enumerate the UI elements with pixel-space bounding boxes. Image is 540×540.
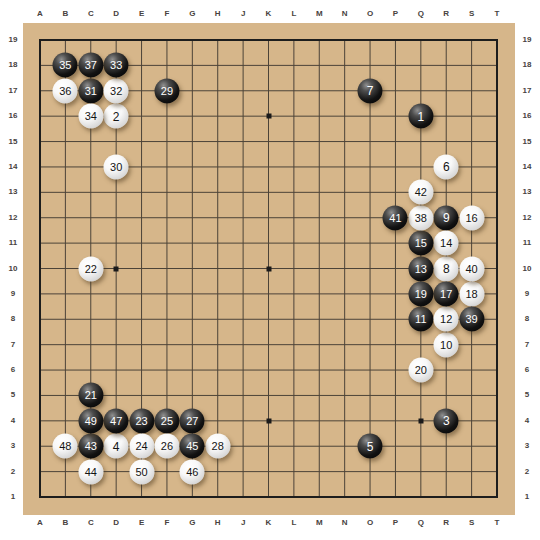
move-number: 45 [186,441,198,452]
row-label-left: 14 [9,163,18,171]
move-number: 40 [465,263,477,274]
column-label-top: G [189,10,195,18]
stone-white-40[interactable]: 40 [459,256,484,281]
column-label-top: H [215,10,221,18]
move-number: 4 [113,440,120,452]
go-board[interactable]: 1234567891011121314151617181920212223242… [23,23,515,515]
column-label-bottom: E [139,519,144,527]
column-label-bottom: T [495,519,500,527]
stone-white-10[interactable]: 10 [434,332,459,357]
stone-white-6[interactable]: 6 [434,154,459,179]
column-label-top: C [88,10,94,18]
stone-white-44[interactable]: 44 [78,459,103,484]
move-number: 10 [440,339,452,350]
column-label-top: Q [418,10,424,18]
move-number: 30 [110,161,122,172]
move-number: 29 [161,85,173,96]
stone-white-22[interactable]: 22 [78,256,103,281]
stone-white-50[interactable]: 50 [129,459,154,484]
move-number: 38 [415,212,427,223]
row-label-right: 15 [523,138,532,146]
move-number: 32 [110,85,122,96]
move-number: 5 [367,440,374,452]
move-number: 6 [443,161,450,173]
row-label-right: 4 [525,417,529,425]
row-label-left: 8 [11,315,15,323]
row-label-left: 5 [11,391,15,399]
move-number: 34 [85,111,97,122]
stone-black-45[interactable]: 45 [180,434,205,459]
column-label-bottom: P [393,519,398,527]
stone-black-35[interactable]: 35 [53,53,78,78]
row-label-left: 17 [9,87,18,95]
star-point [266,418,271,423]
move-number: 23 [135,415,147,426]
stone-white-30[interactable]: 30 [104,154,129,179]
move-number: 26 [161,441,173,452]
row-label-left: 4 [11,417,15,425]
move-number: 27 [186,415,198,426]
row-label-right: 13 [523,188,532,196]
move-number: 33 [110,60,122,71]
row-label-left: 18 [9,61,18,69]
row-label-left: 7 [11,341,15,349]
column-label-top: L [291,10,296,18]
go-diagram-page: 1234567891011121314151617181920212223242… [0,0,540,540]
row-label-left: 1 [11,493,15,501]
column-label-bottom: G [189,519,195,527]
column-label-top: N [342,10,348,18]
row-label-left: 3 [11,442,15,450]
stone-black-17[interactable]: 17 [434,281,459,306]
move-number: 41 [389,212,401,223]
move-number: 2 [113,110,120,122]
move-number: 3 [443,415,450,427]
row-label-right: 6 [525,366,529,374]
row-label-right: 1 [525,493,529,501]
stone-white-12[interactable]: 12 [434,307,459,332]
stone-white-34[interactable]: 34 [78,104,103,129]
row-label-left: 2 [11,468,15,476]
column-label-bottom: K [266,519,272,527]
column-label-bottom: O [367,519,373,527]
move-number: 7 [367,85,374,97]
stone-white-24[interactable]: 24 [129,434,154,459]
move-number: 12 [440,314,452,325]
row-label-right: 7 [525,341,529,349]
stone-black-1[interactable]: 1 [408,104,433,129]
column-label-top: J [241,10,245,18]
column-label-bottom: A [37,519,43,527]
row-label-right: 10 [523,265,532,273]
row-label-right: 9 [525,290,529,298]
row-label-right: 19 [523,36,532,44]
star-point [266,266,271,271]
stone-black-31[interactable]: 31 [78,78,103,103]
row-label-left: 6 [11,366,15,374]
stone-black-9[interactable]: 9 [434,205,459,230]
stone-white-28[interactable]: 28 [205,434,230,459]
stone-black-49[interactable]: 49 [78,408,103,433]
column-label-bottom: H [215,519,221,527]
move-number: 37 [85,60,97,71]
column-label-top: E [139,10,144,18]
move-number: 28 [212,441,224,452]
move-number: 8 [443,263,450,275]
stone-white-46[interactable]: 46 [180,459,205,484]
row-label-right: 3 [525,442,529,450]
row-label-left: 13 [9,188,18,196]
row-label-right: 17 [523,87,532,95]
column-label-bottom: M [316,519,323,527]
move-number: 31 [85,85,97,96]
move-number: 1 [417,110,424,122]
column-label-bottom: L [291,519,296,527]
stone-white-48[interactable]: 48 [53,434,78,459]
move-number: 43 [85,441,97,452]
column-label-bottom: C [88,519,94,527]
move-number: 35 [59,60,71,71]
stone-black-43[interactable]: 43 [78,434,103,459]
column-label-bottom: Q [418,519,424,527]
row-label-right: 14 [523,163,532,171]
row-label-right: 5 [525,391,529,399]
column-label-top: T [495,10,500,18]
column-label-top: P [393,10,398,18]
move-number: 22 [85,263,97,274]
row-label-left: 15 [9,138,18,146]
column-label-bottom: R [443,519,449,527]
column-label-top: M [316,10,323,18]
move-number: 49 [85,415,97,426]
stone-black-11[interactable]: 11 [408,307,433,332]
star-point [266,114,271,119]
move-number: 36 [59,85,71,96]
stone-black-19[interactable]: 19 [408,281,433,306]
move-number: 42 [415,187,427,198]
column-label-top: O [367,10,373,18]
column-label-bottom: B [62,519,68,527]
column-label-top: R [443,10,449,18]
column-label-bottom: S [469,519,474,527]
stone-black-37[interactable]: 37 [78,53,103,78]
column-label-bottom: J [241,519,245,527]
stone-black-47[interactable]: 47 [104,408,129,433]
move-number: 50 [135,466,147,477]
row-label-left: 19 [9,36,18,44]
stone-white-16[interactable]: 16 [459,205,484,230]
move-number: 15 [415,238,427,249]
move-number: 46 [186,466,198,477]
move-number: 11 [415,314,426,325]
move-number: 9 [443,212,450,224]
row-label-right: 8 [525,315,529,323]
move-number: 20 [415,365,427,376]
stone-black-3[interactable]: 3 [434,408,459,433]
stone-white-32[interactable]: 32 [104,78,129,103]
column-label-top: B [62,10,68,18]
column-label-bottom: F [164,519,169,527]
stone-black-27[interactable]: 27 [180,408,205,433]
stone-black-21[interactable]: 21 [78,383,103,408]
row-label-right: 11 [523,239,531,247]
stone-white-26[interactable]: 26 [154,434,179,459]
star-point [114,266,119,271]
move-number: 44 [85,466,97,477]
stone-white-36[interactable]: 36 [53,78,78,103]
stone-white-14[interactable]: 14 [434,231,459,256]
move-number: 16 [465,212,477,223]
column-label-top: D [113,10,119,18]
stone-white-38[interactable]: 38 [408,205,433,230]
column-label-bottom: D [113,519,119,527]
row-label-left: 10 [9,265,18,273]
star-point [418,418,423,423]
stone-black-29[interactable]: 29 [154,78,179,103]
row-label-right: 18 [523,61,532,69]
stone-black-23[interactable]: 23 [129,408,154,433]
move-number: 13 [415,263,427,274]
stone-white-42[interactable]: 42 [408,180,433,205]
stone-white-4[interactable]: 4 [104,434,129,459]
stone-white-2[interactable]: 2 [104,104,129,129]
row-label-right: 12 [523,214,532,222]
stone-black-39[interactable]: 39 [459,307,484,332]
move-number: 47 [110,415,122,426]
move-number: 17 [440,288,452,299]
stone-black-33[interactable]: 33 [104,53,129,78]
column-label-top: F [164,10,169,18]
move-number: 14 [440,238,452,249]
stone-white-18[interactable]: 18 [459,281,484,306]
move-number: 21 [85,390,97,401]
row-label-right: 2 [525,468,529,476]
row-label-left: 11 [9,239,17,247]
row-label-left: 16 [9,112,18,120]
move-number: 18 [465,288,477,299]
move-number: 48 [59,441,71,452]
row-label-left: 12 [9,214,18,222]
column-label-top: A [37,10,43,18]
stone-black-7[interactable]: 7 [358,78,383,103]
stone-black-41[interactable]: 41 [383,205,408,230]
stone-black-5[interactable]: 5 [358,434,383,459]
stone-black-15[interactable]: 15 [408,231,433,256]
stone-white-8[interactable]: 8 [434,256,459,281]
row-label-right: 16 [523,112,532,120]
move-number: 19 [415,288,427,299]
move-number: 24 [135,441,147,452]
column-label-top: K [266,10,272,18]
move-number: 25 [161,415,173,426]
row-label-left: 9 [11,290,15,298]
move-number: 39 [465,314,477,325]
column-label-bottom: N [342,519,348,527]
column-label-top: S [469,10,474,18]
stone-black-13[interactable]: 13 [408,256,433,281]
stone-white-20[interactable]: 20 [408,358,433,383]
stone-black-25[interactable]: 25 [154,408,179,433]
